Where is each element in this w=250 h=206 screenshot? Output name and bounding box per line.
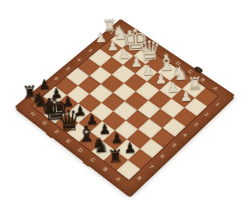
coord-label-2: 2 [197, 106, 217, 123]
board-rotation-wrapper: HGFEDCBA HGFEDCBA 12345678 12345678 ♜♞♝♚… [0, 0, 250, 206]
piece-black-rook-a8: ♜ [98, 147, 133, 167]
piece-white-pawn-a2: ♟ [169, 89, 202, 104]
chess-board: HGFEDCBA HGFEDCBA 12345678 12345678 ♜♞♝♚… [15, 19, 235, 196]
coord-label-1: 1 [208, 96, 228, 112]
perspective-container: HGFEDCBA HGFEDCBA 12345678 12345678 ♜♞♝♚… [0, 0, 250, 206]
chess-set-photo: HGFEDCBA HGFEDCBA 12345678 12345678 ♜♞♝♚… [0, 0, 250, 206]
